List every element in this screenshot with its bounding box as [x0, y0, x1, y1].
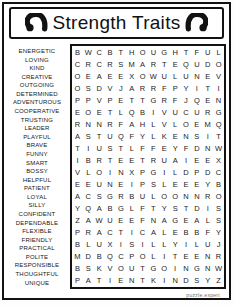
grid-cell[interactable]: L — [159, 239, 170, 251]
grid-cell[interactable]: X — [105, 239, 116, 251]
grid-cell[interactable]: X — [126, 167, 137, 179]
flexed-bicep-icon — [184, 13, 208, 33]
grid-cell[interactable]: N — [181, 191, 192, 203]
grid-cell[interactable]: V — [159, 106, 170, 118]
grid-cell[interactable]: R — [83, 227, 94, 239]
grid-cell[interactable]: O — [115, 263, 126, 275]
grid-cell[interactable]: B — [72, 263, 83, 275]
grid-cell[interactable]: U — [94, 179, 105, 191]
grid-cell[interactable]: U — [105, 130, 116, 142]
grid-cell[interactable]: L — [126, 203, 137, 215]
grid-cell[interactable]: U — [105, 215, 116, 227]
grid-cell[interactable]: E — [170, 130, 181, 142]
grid-cell[interactable]: S — [191, 130, 202, 142]
grid-cell[interactable]: Q — [105, 251, 116, 263]
grid-cell[interactable]: Y — [159, 203, 170, 215]
grid-cell[interactable]: G — [148, 94, 159, 106]
grid-cell[interactable]: C — [94, 58, 105, 70]
grid-cell[interactable]: E — [202, 70, 213, 82]
word-list-item: CONFIDENT — [19, 211, 56, 218]
grid-cell[interactable]: C — [181, 106, 192, 118]
grid-cell[interactable]: D — [202, 58, 213, 70]
grid-cell[interactable]: G — [105, 191, 116, 203]
grid-cell[interactable]: U — [137, 191, 148, 203]
grid-cell[interactable]: E — [181, 179, 192, 191]
grid-cell[interactable]: C — [115, 251, 126, 263]
grid-cell[interactable]: M — [126, 58, 137, 70]
grid-cell[interactable]: T — [181, 203, 192, 215]
grid-cell[interactable]: Y — [213, 227, 224, 239]
grid-cell[interactable]: E — [83, 70, 94, 82]
page-title: Strength Traits — [52, 12, 180, 34]
grid-cell[interactable]: G — [148, 263, 159, 275]
grid-cell[interactable]: L — [213, 46, 224, 58]
worksheet-page: Strength Traits ENERGETICLOVINGKINDCREAT… — [2, 2, 231, 300]
grid-cell[interactable]: U — [170, 106, 181, 118]
grid-cell[interactable]: S — [115, 58, 126, 70]
grid-cell[interactable]: A — [159, 215, 170, 227]
grid-cell[interactable]: Z — [72, 215, 83, 227]
grid-cell[interactable]: A — [170, 154, 181, 166]
grid-cell[interactable]: I — [159, 167, 170, 179]
word-list-item: CREATIVE — [21, 74, 52, 81]
grid-cell[interactable]: L — [148, 251, 159, 263]
grid-cell[interactable]: I — [170, 263, 181, 275]
grid-cell[interactable]: T — [137, 275, 148, 287]
grid-cell[interactable]: C — [213, 167, 224, 179]
grid-cell[interactable]: A — [72, 191, 83, 203]
grid-cell[interactable]: E — [94, 106, 105, 118]
grid-cell[interactable]: I — [72, 154, 83, 166]
grid-cell[interactable]: E — [170, 58, 181, 70]
grid-cell[interactable]: R — [213, 251, 224, 263]
grid-cell[interactable]: K — [159, 130, 170, 142]
grid-cell[interactable]: O — [159, 263, 170, 275]
grid-cell[interactable]: T — [202, 82, 213, 94]
grid-cell[interactable]: E — [191, 179, 202, 191]
grid-cell[interactable]: Z — [213, 275, 224, 287]
grid-cell[interactable]: R — [159, 94, 170, 106]
grid-cell[interactable]: B — [94, 251, 105, 263]
grid-cell[interactable]: A — [126, 82, 137, 94]
grid-cell[interactable]: P — [72, 227, 83, 239]
grid-cell[interactable]: E — [115, 215, 126, 227]
grid-cell[interactable]: O — [213, 58, 224, 70]
grid-cell[interactable]: I — [202, 130, 213, 142]
grid-cell[interactable]: E — [170, 227, 181, 239]
grid-cell[interactable]: D — [191, 142, 202, 154]
grid-cell[interactable]: W — [83, 46, 94, 58]
grid-cell[interactable]: Q — [213, 118, 224, 130]
grid-cell[interactable]: H — [126, 46, 137, 58]
grid-cell[interactable]: S — [148, 179, 159, 191]
grid-cell[interactable]: A — [83, 215, 94, 227]
grid-cell[interactable]: P — [72, 94, 83, 106]
grid-cell[interactable]: A — [191, 215, 202, 227]
grid-cell[interactable]: L — [148, 191, 159, 203]
grid-cell[interactable]: B — [83, 154, 94, 166]
grid-cell[interactable]: E — [115, 154, 126, 166]
grid-cell[interactable]: J — [213, 239, 224, 251]
grid-cell[interactable]: L — [148, 118, 159, 130]
grid-cell[interactable]: S — [83, 130, 94, 142]
grid-cell[interactable]: W — [213, 142, 224, 154]
grid-cell[interactable]: B — [105, 46, 116, 58]
grid-cell[interactable]: O — [170, 191, 181, 203]
grid-cell[interactable]: R — [72, 118, 83, 130]
grid-cell[interactable]: T — [72, 142, 83, 154]
grid-cell[interactable]: V — [105, 263, 116, 275]
grid-cell[interactable]: B — [126, 191, 137, 203]
grid-cell[interactable]: Y — [170, 239, 181, 251]
grid-cell[interactable]: E — [191, 251, 202, 263]
grid-cell[interactable]: N — [202, 142, 213, 154]
grid-cell[interactable]: S — [213, 215, 224, 227]
grid-cell[interactable]: E — [191, 154, 202, 166]
grid-cell[interactable]: X — [213, 154, 224, 166]
grid-cell[interactable]: L — [148, 239, 159, 251]
grid-cell[interactable]: Y — [202, 179, 213, 191]
grid-cell[interactable]: B — [191, 227, 202, 239]
grid-cell[interactable]: A — [137, 58, 148, 70]
grid-cell[interactable]: Q — [191, 94, 202, 106]
grid-cell[interactable]: U — [191, 106, 202, 118]
grid-cell[interactable]: D — [181, 167, 192, 179]
grid-cell[interactable]: T — [115, 227, 126, 239]
grid-cell[interactable]: E — [115, 70, 126, 82]
grid-cell[interactable]: U — [159, 154, 170, 166]
grid-cell[interactable]: S — [191, 275, 202, 287]
grid-cell[interactable]: F — [202, 227, 213, 239]
grid-cell[interactable]: B — [105, 203, 116, 215]
grid-cell[interactable]: C — [137, 227, 148, 239]
grid-cell[interactable]: Q — [115, 130, 126, 142]
grid-cell[interactable]: F — [126, 130, 137, 142]
grid-cell[interactable]: G — [115, 203, 126, 215]
grid-cell[interactable]: A — [83, 275, 94, 287]
grid-cell[interactable]: O — [137, 46, 148, 58]
grid-cell[interactable]: L — [170, 70, 181, 82]
grid-cell[interactable]: R — [94, 154, 105, 166]
grid-cell[interactable]: W — [213, 263, 224, 275]
watermark-credit: puzzle.expert — [186, 292, 220, 298]
grid-cell[interactable]: I — [137, 239, 148, 251]
grid-cell[interactable]: U — [191, 58, 202, 70]
grid-cell[interactable]: B — [181, 227, 192, 239]
grid-cell[interactable]: L — [170, 167, 181, 179]
grid-cell[interactable]: F — [170, 94, 181, 106]
grid-cell[interactable]: I — [105, 167, 116, 179]
grid-cell[interactable]: N — [202, 263, 213, 275]
grid-cell[interactable]: N — [148, 215, 159, 227]
grid-cell[interactable]: C — [83, 191, 94, 203]
grid-cell[interactable]: L — [191, 239, 202, 251]
grid-cell[interactable]: S — [170, 203, 181, 215]
grid-cell[interactable]: I — [159, 251, 170, 263]
grid-cell[interactable]: L — [126, 142, 137, 154]
grid-cell[interactable]: F — [159, 82, 170, 94]
grid-cell[interactable]: E — [115, 275, 126, 287]
grid-cell[interactable]: T — [126, 94, 137, 106]
grid-cell[interactable]: R — [83, 58, 94, 70]
grid-cell[interactable]: J — [115, 82, 126, 94]
grid-cell[interactable]: D — [83, 251, 94, 263]
grid-cell[interactable]: G — [213, 106, 224, 118]
grid-cell[interactable]: O — [213, 191, 224, 203]
grid-cell[interactable]: R — [105, 118, 116, 130]
grid-cell[interactable]: O — [72, 70, 83, 82]
grid-cell[interactable]: P — [126, 251, 137, 263]
grid-cell[interactable]: E — [181, 251, 192, 263]
grid-cell[interactable]: A — [72, 130, 83, 142]
grid-cell[interactable]: R — [105, 58, 116, 70]
grid-cell[interactable]: Q — [83, 203, 94, 215]
grid-cell[interactable]: N — [170, 275, 181, 287]
grid-cell[interactable]: H — [137, 118, 148, 130]
grid-cell[interactable]: F — [115, 118, 126, 130]
grid-cell[interactable]: I — [148, 106, 159, 118]
grid-cell[interactable]: O — [83, 106, 94, 118]
grid-cell[interactable]: V — [72, 167, 83, 179]
grid-cell[interactable]: S — [83, 82, 94, 94]
grid-cell[interactable]: S — [213, 203, 224, 215]
grid-cell[interactable]: E — [83, 179, 94, 191]
grid-cell[interactable]: P — [105, 94, 116, 106]
grid-cell[interactable]: G — [148, 167, 159, 179]
grid-cell[interactable]: T — [94, 275, 105, 287]
grid-cell[interactable]: W — [148, 70, 159, 82]
grid-cell[interactable]: T — [137, 154, 148, 166]
grid-cell[interactable]: N — [105, 179, 116, 191]
grid-cell[interactable]: T — [105, 154, 116, 166]
grid-cell[interactable]: V — [213, 70, 224, 82]
word-list-item: ADVENTUROUS — [13, 99, 61, 106]
grid-cell[interactable]: P — [83, 94, 94, 106]
grid-cell[interactable]: N — [115, 167, 126, 179]
grid-cell[interactable]: A — [148, 227, 159, 239]
grid-cell[interactable]: T — [213, 130, 224, 142]
grid-cell[interactable]: F — [137, 215, 148, 227]
grid-cell[interactable]: V — [159, 118, 170, 130]
grid-cell[interactable]: R — [148, 154, 159, 166]
grid-cell[interactable]: E — [115, 179, 126, 191]
grid-cell[interactable]: T — [94, 130, 105, 142]
grid-cell[interactable]: S — [83, 263, 94, 275]
grid-cell[interactable]: A — [126, 118, 137, 130]
grid-cell[interactable]: A — [94, 227, 105, 239]
grid-cell[interactable]: I — [191, 82, 202, 94]
grid-cell[interactable]: L — [83, 167, 94, 179]
grid-cell[interactable]: T — [170, 251, 181, 263]
grid-cell[interactable]: N — [191, 191, 202, 203]
word-list-item: SMART — [26, 160, 48, 167]
grid-cell[interactable]: Y — [137, 130, 148, 142]
word-list-item: BRAVE — [27, 142, 48, 149]
grid-cell[interactable]: U — [181, 70, 192, 82]
grid-cell[interactable]: R — [137, 82, 148, 94]
word-list-item: TRUSTING — [21, 117, 53, 124]
grid-cell[interactable]: N — [94, 118, 105, 130]
grid-cell[interactable]: A — [94, 203, 105, 215]
grid-cell[interactable]: W — [94, 215, 105, 227]
grid-cell[interactable]: X — [126, 70, 137, 82]
grid-cell[interactable]: R — [202, 191, 213, 203]
word-list-item: DETERMINED — [16, 91, 58, 98]
word-list-item: THOUGHTFUL — [16, 271, 59, 278]
grid-cell[interactable]: N — [83, 118, 94, 130]
grid-cell[interactable]: U — [202, 46, 213, 58]
grid-cell[interactable]: P — [72, 275, 83, 287]
grid-cell[interactable]: B — [137, 106, 148, 118]
grid-cell[interactable]: Y — [72, 203, 83, 215]
grid-cell[interactable]: B — [72, 239, 83, 251]
word-list-item: PATIENT — [24, 185, 50, 192]
grid-cell[interactable]: E — [115, 94, 126, 106]
grid-cell[interactable]: E — [126, 215, 137, 227]
grid-cell[interactable]: U — [126, 263, 137, 275]
grid-cell[interactable]: U — [94, 142, 105, 154]
puzzle-grid: BWCBTHOUGHTFULCRCRSMARTEQUDOOEAEEXOWULUN… — [70, 44, 226, 289]
grid-cell[interactable]: N — [181, 263, 192, 275]
grid-cell[interactable]: U — [94, 239, 105, 251]
grid-cell[interactable]: E — [202, 94, 213, 106]
grid-cell[interactable]: P — [137, 179, 148, 191]
grid-cell[interactable]: I — [181, 154, 192, 166]
grid-cell[interactable]: C — [105, 227, 116, 239]
grid-cell[interactable]: E — [191, 118, 202, 130]
grid-cell[interactable]: K — [148, 275, 159, 287]
grid-cell[interactable]: L — [202, 215, 213, 227]
grid-cell[interactable]: F — [137, 203, 148, 215]
grid-cell[interactable]: Q — [181, 58, 192, 70]
word-list-item: POLITE — [26, 254, 49, 261]
grid-cell[interactable]: N — [191, 70, 202, 82]
grid-cell[interactable]: T — [105, 106, 116, 118]
grid-cell[interactable]: I — [83, 142, 94, 154]
grid-cell[interactable]: G — [191, 263, 202, 275]
word-list-item: LOVING — [25, 57, 49, 64]
grid-cell[interactable]: K — [94, 263, 105, 275]
grid-cell[interactable]: D — [94, 82, 105, 94]
word-list-item: COOPERATIVE — [14, 108, 59, 115]
grid-cell[interactable]: B — [72, 46, 83, 58]
grid-cell[interactable]: O — [159, 191, 170, 203]
grid-cell[interactable]: N — [202, 251, 213, 263]
grid-cell[interactable]: V — [94, 94, 105, 106]
word-list-item: OUTGOING — [20, 82, 54, 89]
grid-cell[interactable]: F — [191, 46, 202, 58]
grid-cell[interactable]: H — [170, 46, 181, 58]
grid-cell[interactable]: N — [213, 94, 224, 106]
grid-cell[interactable]: E — [159, 142, 170, 154]
grid-cell[interactable]: E — [105, 70, 116, 82]
grid-cell[interactable]: E — [72, 106, 83, 118]
grid-cell[interactable]: M — [202, 118, 213, 130]
grid-cell[interactable]: G — [170, 215, 181, 227]
grid-cell[interactable]: C — [72, 58, 83, 70]
grid-cell[interactable]: T — [115, 46, 126, 58]
grid-cell[interactable]: P — [170, 82, 181, 94]
grid-cell[interactable]: Q — [126, 106, 137, 118]
word-list-item: DEPENDABLE — [16, 220, 58, 227]
grid-cell[interactable]: O — [181, 118, 192, 130]
grid-cell[interactable]: I — [126, 179, 137, 191]
grid-cell[interactable]: V — [105, 82, 116, 94]
grid-cell[interactable]: R — [148, 58, 159, 70]
grid-cell[interactable]: F — [148, 142, 159, 154]
grid-cell[interactable]: D — [202, 167, 213, 179]
grid-cell[interactable]: Y — [202, 275, 213, 287]
grid-cell[interactable]: U — [202, 239, 213, 251]
grid-cell[interactable]: L — [83, 239, 94, 251]
grid-cell[interactable]: D — [191, 203, 202, 215]
grid-cell[interactable]: R — [148, 82, 159, 94]
grid-cell[interactable]: D — [181, 275, 192, 287]
grid-cell[interactable]: T — [148, 203, 159, 215]
grid-cell[interactable]: F — [137, 142, 148, 154]
grid-cell[interactable]: I — [202, 203, 213, 215]
grid-cell[interactable]: I — [181, 239, 192, 251]
grid-cell[interactable]: E — [72, 179, 83, 191]
grid-cell[interactable]: T — [115, 142, 126, 154]
grid-cell[interactable]: I — [213, 82, 224, 94]
grid-cell[interactable]: M — [72, 251, 83, 263]
grid-cell[interactable]: I — [159, 275, 170, 287]
grid-cell[interactable]: S — [105, 142, 116, 154]
grid-cell[interactable]: L — [159, 227, 170, 239]
grid-cell[interactable]: U — [148, 46, 159, 58]
grid-cell[interactable]: O — [94, 167, 105, 179]
grid-cell[interactable]: O — [72, 82, 83, 94]
grid-cell[interactable]: T — [159, 58, 170, 70]
grid-cell[interactable]: E — [181, 215, 192, 227]
grid-cell[interactable]: G — [159, 46, 170, 58]
grid-cell[interactable]: E — [170, 179, 181, 191]
grid-cell[interactable]: J — [181, 94, 192, 106]
grid-cell[interactable]: I — [126, 227, 137, 239]
grid-cell[interactable]: P — [191, 167, 202, 179]
grid-cell[interactable]: N — [181, 130, 192, 142]
grid-cell[interactable]: N — [126, 275, 137, 287]
grid-cell[interactable]: O — [137, 251, 148, 263]
grid-cell[interactable]: S — [126, 239, 137, 251]
grid-cell[interactable]: R — [115, 191, 126, 203]
grid-cell[interactable]: Y — [170, 142, 181, 154]
grid-cell[interactable]: E — [202, 154, 213, 166]
grid-cell[interactable]: T — [137, 94, 148, 106]
grid-cell[interactable]: S — [94, 191, 105, 203]
grid-cell[interactable]: A — [94, 70, 105, 82]
grid-cell[interactable]: R — [202, 106, 213, 118]
grid-cell[interactable]: L — [148, 130, 159, 142]
grid-cell[interactable]: I — [105, 275, 116, 287]
grid-cell[interactable]: L — [170, 118, 181, 130]
grid-cell[interactable]: T — [137, 263, 148, 275]
grid-cell[interactable]: L — [115, 106, 126, 118]
grid-cell[interactable]: L — [159, 179, 170, 191]
grid-cell[interactable]: F — [181, 142, 192, 154]
grid-cell[interactable]: B — [213, 179, 224, 191]
word-list-item: SILLY — [29, 202, 46, 209]
grid-cell[interactable]: I — [115, 239, 126, 251]
grid-cell[interactable]: E — [126, 154, 137, 166]
grid-cell[interactable]: C — [94, 46, 105, 58]
grid-cell[interactable]: P — [137, 167, 148, 179]
grid-cell[interactable]: T — [181, 46, 192, 58]
grid-cell[interactable]: U — [159, 70, 170, 82]
grid-cell[interactable]: O — [137, 70, 148, 82]
grid-cell[interactable]: Y — [181, 82, 192, 94]
